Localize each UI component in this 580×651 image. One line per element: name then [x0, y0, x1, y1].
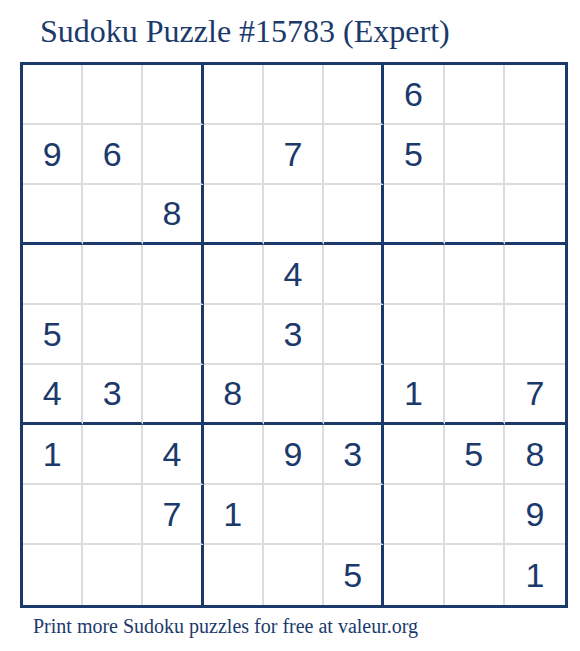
cell-r9c3: [143, 545, 203, 605]
cell-r7c6: 3: [324, 425, 384, 485]
cell-r3c3: 8: [143, 185, 203, 245]
cell-r4c7: [384, 245, 444, 305]
cell-r9c4: [204, 545, 264, 605]
cell-r7c9: 8: [505, 425, 565, 485]
page-title: Sudoku Puzzle #15783 (Expert): [40, 12, 450, 50]
cell-r1c7: 6: [384, 65, 444, 125]
cell-r7c1: 1: [23, 425, 83, 485]
sudoku-page: Sudoku Puzzle #15783 (Expert) 6967584534…: [0, 0, 580, 651]
cell-r2c1: 9: [23, 125, 83, 185]
sudoku-board: 6967584534381714935871951: [20, 62, 568, 608]
cell-r9c8: [445, 545, 505, 605]
cell-r4c9: [505, 245, 565, 305]
cell-r3c9: [505, 185, 565, 245]
cell-r2c6: [324, 125, 384, 185]
cell-r9c2: [83, 545, 143, 605]
cell-r3c2: [83, 185, 143, 245]
cell-r3c6: [324, 185, 384, 245]
cell-r6c7: 1: [384, 365, 444, 425]
cell-r7c2: [83, 425, 143, 485]
cell-r5c6: [324, 305, 384, 365]
cell-r2c3: [143, 125, 203, 185]
cell-r6c2: 3: [83, 365, 143, 425]
cell-r5c4: [204, 305, 264, 365]
cell-r4c8: [445, 245, 505, 305]
cell-r4c1: [23, 245, 83, 305]
cell-r5c2: [83, 305, 143, 365]
cell-r8c7: [384, 485, 444, 545]
cell-r5c1: 5: [23, 305, 83, 365]
cell-r1c3: [143, 65, 203, 125]
cell-r3c4: [204, 185, 264, 245]
cell-r6c5: [264, 365, 324, 425]
cell-r8c1: [23, 485, 83, 545]
cell-r8c2: [83, 485, 143, 545]
cell-r3c1: [23, 185, 83, 245]
cell-r9c9: 1: [505, 545, 565, 605]
cell-r8c6: [324, 485, 384, 545]
cell-r2c9: [505, 125, 565, 185]
cell-r1c2: [83, 65, 143, 125]
cell-r1c5: [264, 65, 324, 125]
cell-r9c5: [264, 545, 324, 605]
cell-r7c5: 9: [264, 425, 324, 485]
cell-r8c4: 1: [204, 485, 264, 545]
cell-r7c3: 4: [143, 425, 203, 485]
cell-r8c8: [445, 485, 505, 545]
cell-r6c6: [324, 365, 384, 425]
cell-r1c9: [505, 65, 565, 125]
cell-r2c5: 7: [264, 125, 324, 185]
cell-r6c3: [143, 365, 203, 425]
cell-r3c7: [384, 185, 444, 245]
cell-r6c4: 8: [204, 365, 264, 425]
cell-r4c6: [324, 245, 384, 305]
cell-r6c8: [445, 365, 505, 425]
cell-r2c2: 6: [83, 125, 143, 185]
cell-r4c5: 4: [264, 245, 324, 305]
cell-r7c4: [204, 425, 264, 485]
cell-r5c5: 3: [264, 305, 324, 365]
cell-r2c8: [445, 125, 505, 185]
cell-r6c1: 4: [23, 365, 83, 425]
cell-r1c4: [204, 65, 264, 125]
cell-r1c1: [23, 65, 83, 125]
cell-r1c6: [324, 65, 384, 125]
cell-r2c7: 5: [384, 125, 444, 185]
cell-r5c8: [445, 305, 505, 365]
cell-r5c7: [384, 305, 444, 365]
cell-r4c4: [204, 245, 264, 305]
cell-r7c8: 5: [445, 425, 505, 485]
cell-r8c3: 7: [143, 485, 203, 545]
cell-r7c7: [384, 425, 444, 485]
cell-r4c2: [83, 245, 143, 305]
cell-r9c1: [23, 545, 83, 605]
cell-r9c7: [384, 545, 444, 605]
cell-r2c4: [204, 125, 264, 185]
cell-r1c8: [445, 65, 505, 125]
cell-r3c8: [445, 185, 505, 245]
cell-r4c3: [143, 245, 203, 305]
cell-r8c5: [264, 485, 324, 545]
cell-r6c9: 7: [505, 365, 565, 425]
cell-r5c9: [505, 305, 565, 365]
cell-r5c3: [143, 305, 203, 365]
cell-r8c9: 9: [505, 485, 565, 545]
cell-r3c5: [264, 185, 324, 245]
footer-text: Print more Sudoku puzzles for free at va…: [33, 615, 418, 638]
cell-r9c6: 5: [324, 545, 384, 605]
